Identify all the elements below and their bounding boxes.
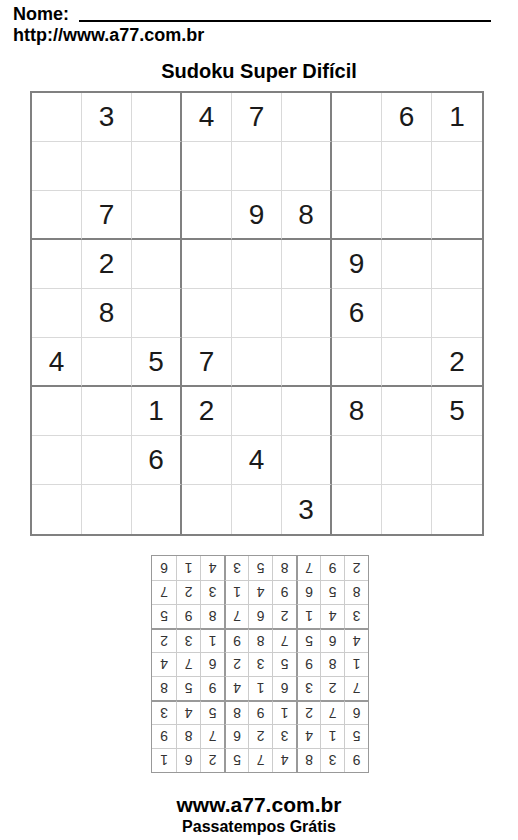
solution-cell: 6 [224,724,248,748]
puzzle-cell [282,387,332,436]
solution-cell: 8 [320,652,344,676]
solution-cell: 5 [176,676,200,700]
solution-cell: 2 [176,580,200,604]
puzzle-cell [282,142,332,191]
puzzle-cell [32,191,82,240]
solution-cell: 1 [320,724,344,748]
solution-cell: 7 [200,724,224,748]
solution-cell: 2 [272,604,296,628]
puzzle-cell [132,93,182,142]
puzzle-cell [282,436,332,485]
puzzle-cell: 2 [432,338,482,387]
solution-cell: 3 [344,604,368,628]
footer-tagline: Passatempos Grátis [0,818,518,836]
solution-cell: 4 [176,700,200,724]
puzzle-cell [282,93,332,142]
solution-cell: 4 [152,652,176,676]
solution-cell: 5 [200,700,224,724]
solution-cell: 6 [152,556,176,580]
solution-cell: 8 [248,628,272,652]
solution-cell: 1 [224,580,248,604]
puzzle-cell [382,436,432,485]
name-label: Nome: [13,4,69,25]
solution-cell: 6 [344,700,368,724]
puzzle-cell [232,240,282,289]
solution-cell: 5 [296,628,320,652]
puzzle-cell [232,387,282,436]
puzzle-cell [382,289,432,338]
puzzle-cell [82,387,132,436]
solution-cell: 6 [200,652,224,676]
puzzle-cell [132,142,182,191]
solution-cell: 5 [248,556,272,580]
puzzle-cell: 1 [432,93,482,142]
puzzle-cell [332,191,382,240]
solution-cell: 3 [320,748,344,772]
puzzle-cell: 2 [82,240,132,289]
solution-grid-wrapper: 9384752615143267896721985437236149581895… [151,555,369,773]
solution-cell: 3 [200,580,224,604]
solution-cell: 5 [152,604,176,628]
solution-cell: 8 [224,700,248,724]
solution-cell: 2 [296,700,320,724]
page-title: Sudoku Super Difícil [0,60,518,83]
puzzle-cell [132,485,182,534]
puzzle-cell: 3 [282,485,332,534]
puzzle-cell [382,485,432,534]
puzzle-grid: 34761798298645721285643 [30,91,484,536]
solution-cell: 7 [296,556,320,580]
solution-cell: 1 [296,604,320,628]
solution-cell: 1 [344,652,368,676]
puzzle-cell: 6 [132,436,182,485]
solution-cell: 3 [152,700,176,724]
puzzle-cell: 3 [82,93,132,142]
puzzle-cell: 9 [332,240,382,289]
solution-cell: 4 [296,724,320,748]
puzzle-cell [432,485,482,534]
puzzle-cell [82,436,132,485]
solution-grid: 9384752615143267896721985437236149581895… [151,555,369,773]
puzzle-cell [32,387,82,436]
puzzle-cell [332,338,382,387]
solution-cell: 7 [248,748,272,772]
puzzle-cell [132,240,182,289]
puzzle-cell: 4 [32,338,82,387]
solution-cell: 8 [200,604,224,628]
puzzle-cell: 7 [232,93,282,142]
puzzle-cell: 6 [382,93,432,142]
puzzle-cell [32,240,82,289]
puzzle-cell [182,485,232,534]
puzzle-cell [82,142,132,191]
solution-cell: 7 [152,580,176,604]
puzzle-cell [182,240,232,289]
solution-cell: 7 [176,652,200,676]
solution-cell: 2 [200,748,224,772]
puzzle-cell [332,436,382,485]
puzzle-cell: 8 [332,387,382,436]
solution-cell: 6 [176,748,200,772]
solution-cell: 3 [176,628,200,652]
puzzle-cell [282,240,332,289]
solution-cell: 6 [320,628,344,652]
puzzle-cell [232,142,282,191]
puzzle-cell: 8 [82,289,132,338]
puzzle-cell [82,485,132,534]
puzzle-cell: 6 [332,289,382,338]
solution-cell: 4 [224,676,248,700]
puzzle-cell [32,93,82,142]
solution-cell: 9 [152,724,176,748]
solution-cell: 9 [320,556,344,580]
solution-cell: 1 [200,628,224,652]
puzzle-cell: 9 [232,191,282,240]
solution-cell: 2 [320,676,344,700]
name-fill-line [79,20,491,22]
puzzle-cell [82,338,132,387]
solution-cell: 5 [224,748,248,772]
solution-cell: 1 [248,676,272,700]
solution-cell: 9 [296,652,320,676]
solution-cell: 5 [320,580,344,604]
puzzle-cell: 2 [182,387,232,436]
puzzle-cell: 5 [432,387,482,436]
solution-cell: 7 [272,628,296,652]
header-url: http://www.a77.com.br [13,25,204,46]
solution-cell: 4 [248,580,272,604]
puzzle-cell [182,436,232,485]
puzzle-cell [432,240,482,289]
solution-cell: 7 [320,700,344,724]
solution-cell: 3 [224,556,248,580]
puzzle-cell [32,485,82,534]
puzzle-cell [132,289,182,338]
puzzle-cell: 4 [182,93,232,142]
puzzle-cell: 1 [132,387,182,436]
solution-cell: 3 [296,676,320,700]
solution-cell: 4 [320,604,344,628]
puzzle-cell [182,142,232,191]
solution-cell: 1 [152,748,176,772]
solution-cell: 7 [344,676,368,700]
footer-site: www.a77.com.br [0,793,518,817]
solution-cell: 8 [272,556,296,580]
puzzle-cell [182,289,232,338]
solution-cell: 5 [272,652,296,676]
puzzle-cell [432,436,482,485]
solution-cell: 3 [248,652,272,676]
puzzle-cell [432,191,482,240]
puzzle-cell: 8 [282,191,332,240]
solution-cell: 8 [152,676,176,700]
solution-cell: 8 [296,748,320,772]
solution-cell: 9 [200,676,224,700]
puzzle-cell [32,289,82,338]
solution-cell: 2 [344,556,368,580]
puzzle-cell: 7 [82,191,132,240]
puzzle-cell [432,289,482,338]
puzzle-cell [232,485,282,534]
puzzle-cell [332,142,382,191]
puzzle-cell [32,436,82,485]
puzzle-cell [32,142,82,191]
puzzle-cell [232,338,282,387]
puzzle-cell: 4 [232,436,282,485]
solution-cell: 4 [200,556,224,580]
solution-cell: 1 [272,700,296,724]
solution-cell: 3 [272,724,296,748]
solution-cell: 4 [344,628,368,652]
puzzle-cell [382,338,432,387]
solution-cell: 9 [248,700,272,724]
puzzle-cell [382,240,432,289]
puzzle-cell [332,485,382,534]
solution-cell: 7 [224,604,248,628]
solution-cell: 6 [272,676,296,700]
puzzle-cell: 7 [182,338,232,387]
puzzle-cell [382,142,432,191]
puzzle-cell [332,93,382,142]
solution-cell: 2 [152,628,176,652]
solution-cell: 9 [344,748,368,772]
solution-cell: 9 [272,580,296,604]
solution-cell: 6 [296,580,320,604]
solution-cell: 5 [344,724,368,748]
solution-cell: 8 [344,580,368,604]
puzzle-cell [382,191,432,240]
solution-cell: 1 [176,556,200,580]
puzzle-cell [232,289,282,338]
solution-cell: 9 [176,604,200,628]
solution-cell: 4 [272,748,296,772]
solution-cell: 9 [224,628,248,652]
worksheet-page: Nome: http://www.a77.com.br Sudoku Super… [0,0,518,840]
solution-cell: 2 [248,724,272,748]
puzzle-cell [282,338,332,387]
solution-cell: 2 [224,652,248,676]
puzzle-cell [182,191,232,240]
puzzle-cell [382,387,432,436]
puzzle-cell [432,142,482,191]
puzzle-cell: 5 [132,338,182,387]
puzzle-cell [132,191,182,240]
solution-cell: 8 [176,724,200,748]
puzzle-cell [282,289,332,338]
solution-cell: 6 [248,604,272,628]
